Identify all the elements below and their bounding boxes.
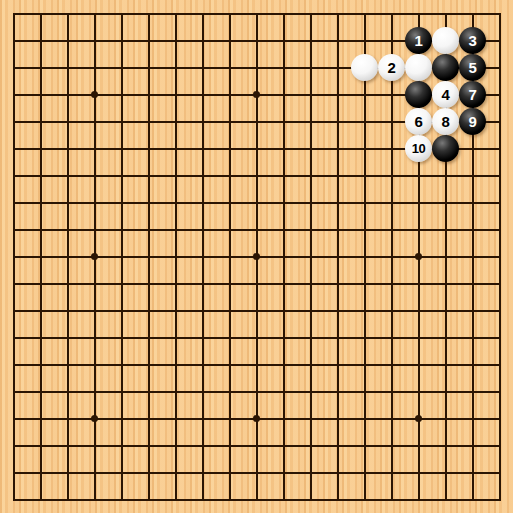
stone-r16-white: 4: [432, 81, 459, 108]
star-point: [253, 253, 260, 260]
star-point: [91, 91, 98, 98]
stone-r14-black: [432, 135, 459, 162]
move-number-label: 4: [442, 87, 450, 102]
move-number-label: 5: [469, 60, 477, 75]
stone-r18-white: [432, 27, 459, 54]
move-number-label: 10: [412, 142, 425, 155]
move-number-label: 2: [388, 60, 396, 75]
stone-q17-white: [405, 54, 432, 81]
stone-r17-black: [432, 54, 459, 81]
stone-q14-white: 10: [405, 135, 432, 162]
move-number-label: 1: [415, 33, 423, 48]
move-number-label: 9: [469, 114, 477, 129]
go-board[interactable]: 13254768910: [0, 0, 513, 513]
star-point: [415, 253, 422, 260]
star-point: [91, 415, 98, 422]
star-point: [253, 91, 260, 98]
stone-p17-white: 2: [378, 54, 405, 81]
stone-q16-black: [405, 81, 432, 108]
stone-s18-black: 3: [459, 27, 486, 54]
stone-q18-black: 1: [405, 27, 432, 54]
stone-o17-white: [351, 54, 378, 81]
stone-r15-white: 8: [432, 108, 459, 135]
stone-s16-black: 7: [459, 81, 486, 108]
stone-q15-white: 6: [405, 108, 432, 135]
star-point: [91, 253, 98, 260]
move-number-label: 6: [415, 114, 423, 129]
stone-s17-black: 5: [459, 54, 486, 81]
move-number-label: 8: [442, 114, 450, 129]
stone-s15-black: 9: [459, 108, 486, 135]
star-point: [415, 415, 422, 422]
move-number-label: 3: [469, 33, 477, 48]
move-number-label: 7: [469, 87, 477, 102]
star-point: [253, 415, 260, 422]
